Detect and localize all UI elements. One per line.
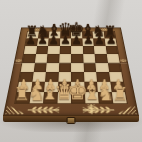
square-e6[interactable]: [71, 46, 83, 54]
square-c6[interactable]: [47, 46, 59, 54]
square-e2[interactable]: ♟: [71, 82, 84, 92]
square-h6[interactable]: [105, 46, 118, 54]
chess-board: ♜♞♝♛♚♝♞♜♟♟♟♟♟♟♟♟♟♟♟♟♟♟♟♟♜♞♝♛♚♝♞♜: [3, 28, 139, 116]
square-f7[interactable]: ♟: [82, 39, 94, 47]
square-e8[interactable]: ♚: [71, 31, 82, 38]
square-d1[interactable]: ♛: [57, 92, 71, 103]
square-d7[interactable]: ♟: [60, 39, 71, 47]
square-c3[interactable]: [45, 72, 58, 82]
square-b7[interactable]: ♟: [37, 39, 49, 47]
square-d2[interactable]: ♟: [58, 82, 71, 92]
wheat-carving: [100, 28, 112, 31]
square-f1[interactable]: ♝: [84, 92, 98, 103]
black-rook: ♜: [26, 24, 39, 39]
square-e3[interactable]: [71, 72, 84, 82]
square-a2[interactable]: ♟: [17, 82, 32, 92]
square-e1[interactable]: ♚: [71, 92, 85, 103]
board-grid: ♜♞♝♛♚♝♞♜♟♟♟♟♟♟♟♟♟♟♟♟♟♟♟♟♜♞♝♛♚♝♞♜: [14, 31, 128, 104]
square-h3[interactable]: [109, 72, 123, 82]
photo-scene: ♜♞♝♛♚♝♞♜♟♟♟♟♟♟♟♟♟♟♟♟♟♟♟♟♜♞♝♛♚♝♞♜: [0, 0, 142, 142]
square-b3[interactable]: [32, 72, 46, 82]
wheat-carving: [85, 104, 97, 114]
board-frame: ♜♞♝♛♚♝♞♜♟♟♟♟♟♟♟♟♟♟♟♟♟♟♟♟♜♞♝♛♚♝♞♜: [3, 28, 139, 116]
square-c2[interactable]: ♟: [44, 82, 58, 92]
box-clasp: [67, 117, 76, 124]
square-h2[interactable]: ♟: [110, 82, 125, 92]
square-b2[interactable]: ♟: [31, 82, 45, 92]
wheat-carving: [26, 106, 60, 115]
square-e4[interactable]: [71, 63, 84, 72]
square-b6[interactable]: [36, 46, 48, 54]
square-c1[interactable]: ♝: [43, 92, 57, 103]
square-h4[interactable]: [108, 63, 122, 72]
wheat-carving: [120, 59, 127, 63]
square-b4[interactable]: [33, 63, 46, 72]
square-d3[interactable]: [58, 72, 71, 82]
square-h7[interactable]: ♟: [104, 39, 116, 47]
corner-hatch-carving: [5, 105, 26, 114]
corner-hatch-carving: [115, 105, 136, 114]
square-h8[interactable]: ♜: [103, 31, 115, 38]
square-b1[interactable]: ♞: [29, 92, 44, 103]
square-c4[interactable]: [46, 63, 59, 72]
square-h1[interactable]: ♜: [111, 92, 126, 103]
square-f3[interactable]: [84, 72, 97, 82]
wheat-carving: [30, 28, 42, 31]
square-f4[interactable]: [83, 63, 96, 72]
white-knight: ♞: [28, 84, 45, 103]
square-e7[interactable]: ♟: [71, 39, 82, 47]
square-f6[interactable]: [82, 46, 94, 54]
square-d4[interactable]: [58, 63, 71, 72]
black-rook: ♜: [103, 24, 116, 39]
square-d6[interactable]: [59, 46, 71, 54]
square-b8[interactable]: ♞: [38, 31, 50, 38]
square-f2[interactable]: ♟: [84, 82, 98, 92]
wheat-carving: [15, 59, 22, 63]
square-g2[interactable]: ♟: [97, 82, 111, 92]
square-c7[interactable]: ♟: [48, 39, 60, 47]
square-f8[interactable]: ♝: [82, 31, 93, 38]
square-c8[interactable]: ♝: [49, 31, 60, 38]
fold-seam: [15, 62, 128, 63]
square-d8[interactable]: ♛: [60, 31, 71, 38]
